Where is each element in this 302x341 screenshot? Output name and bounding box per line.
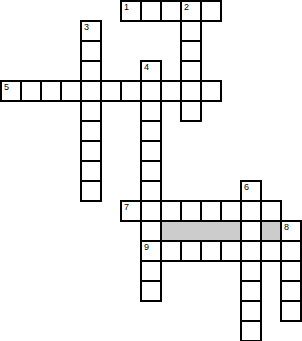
cell[interactable] (240, 200, 262, 222)
cell[interactable]: 1 (120, 0, 142, 22)
clue-number: 7 (124, 202, 129, 212)
cell[interactable] (240, 280, 262, 302)
cell[interactable] (80, 120, 102, 142)
cell[interactable] (140, 140, 162, 162)
cell[interactable] (140, 100, 162, 122)
cell[interactable] (160, 200, 182, 222)
cell[interactable] (220, 200, 242, 222)
cell[interactable] (140, 80, 162, 102)
cell[interactable] (80, 60, 102, 82)
cell[interactable] (220, 240, 242, 262)
cell[interactable] (160, 80, 182, 102)
cell[interactable] (200, 80, 222, 102)
cell[interactable] (80, 100, 102, 122)
cell[interactable] (140, 220, 162, 242)
cell[interactable] (80, 180, 102, 202)
cell[interactable] (280, 260, 302, 282)
cell[interactable]: 4 (140, 60, 162, 82)
cell[interactable] (80, 140, 102, 162)
clue-number: 3 (84, 22, 89, 32)
cell[interactable] (240, 220, 262, 242)
cell[interactable] (100, 80, 122, 102)
cell[interactable] (240, 260, 262, 282)
cell[interactable] (180, 100, 202, 122)
clue-number: 6 (244, 182, 249, 192)
cell[interactable]: 7 (120, 200, 142, 222)
clue-number: 4 (144, 62, 149, 72)
clue-number: 8 (284, 222, 289, 232)
cell[interactable]: 6 (240, 180, 262, 202)
clue-number: 2 (184, 2, 189, 12)
cell[interactable] (140, 180, 162, 202)
cell[interactable] (140, 160, 162, 182)
cell[interactable] (80, 160, 102, 182)
shaded-cell[interactable] (260, 220, 282, 242)
cell[interactable] (160, 240, 182, 262)
crossword-board: 123456789 (0, 0, 301, 341)
cell[interactable] (180, 200, 202, 222)
cell[interactable]: 8 (280, 220, 302, 242)
cell[interactable] (60, 80, 82, 102)
cell[interactable] (240, 300, 262, 322)
cell[interactable] (200, 200, 222, 222)
cell[interactable] (200, 240, 222, 262)
cell[interactable] (180, 240, 202, 262)
clue-number: 1 (124, 2, 129, 12)
cell[interactable] (260, 200, 282, 222)
cell[interactable] (120, 80, 142, 102)
cell[interactable] (180, 40, 202, 62)
cell[interactable] (260, 240, 282, 262)
cell[interactable] (280, 280, 302, 302)
cell[interactable] (140, 280, 162, 302)
cell[interactable] (200, 0, 222, 22)
cell[interactable] (140, 260, 162, 282)
cell[interactable]: 3 (80, 20, 102, 42)
cell[interactable] (240, 320, 262, 341)
cell[interactable] (180, 80, 202, 102)
cell[interactable] (20, 80, 42, 102)
cell[interactable] (180, 20, 202, 42)
cell[interactable]: 5 (0, 80, 22, 102)
cell[interactable] (80, 80, 102, 102)
cell[interactable] (140, 0, 162, 22)
cell[interactable] (140, 200, 162, 222)
cell[interactable]: 9 (140, 240, 162, 262)
cell[interactable] (180, 60, 202, 82)
shaded-cell[interactable] (160, 220, 242, 242)
clue-number: 5 (4, 82, 9, 92)
cell[interactable] (160, 0, 182, 22)
cell[interactable]: 2 (180, 0, 202, 22)
cell[interactable] (280, 300, 302, 322)
clue-number: 9 (144, 242, 149, 252)
cell[interactable] (240, 240, 262, 262)
cell[interactable] (80, 40, 102, 62)
cell[interactable] (140, 120, 162, 142)
cell[interactable] (40, 80, 62, 102)
cell[interactable] (280, 240, 302, 262)
